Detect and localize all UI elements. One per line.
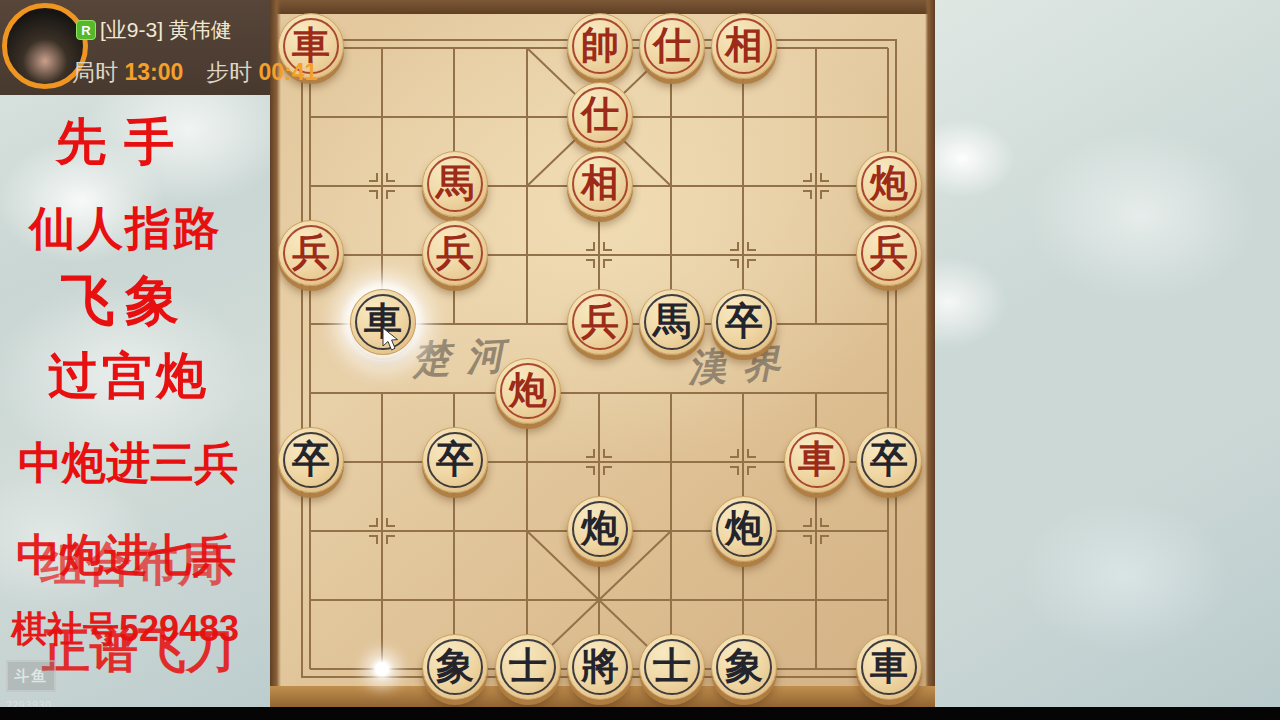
mouse-cursor <box>382 327 402 353</box>
move-time-value: 00:41 <box>258 59 317 85</box>
piece-black-f6r5[interactable]: 馬 <box>639 289 705 355</box>
piece-red-f5r5[interactable]: 兵 <box>567 289 633 355</box>
piece-black-f5r10[interactable]: 將 <box>567 634 633 700</box>
piece-black-f7r5[interactable]: 卒 <box>711 289 777 355</box>
piece-black-f9r10[interactable]: 車 <box>856 634 922 700</box>
piece-black-f6r10[interactable]: 士 <box>639 634 705 700</box>
opening-line-crossfade-overlay: 组合布局 <box>14 540 250 588</box>
piece-red-f3r4[interactable]: 兵 <box>422 220 488 286</box>
piece-black-f7r8[interactable]: 炮 <box>711 496 777 562</box>
xiangqi-board[interactable]: 楚河 漢界 車帥仕相仕馬相炮兵兵兵兵炮車車馬卒卒卒卒炮炮象士將士象車 <box>270 0 935 720</box>
player-name: [业9-3] 黄伟健 <box>100 16 232 44</box>
game-time-label: 局时 <box>72 59 118 85</box>
piece-black-f4r10[interactable]: 士 <box>495 634 561 700</box>
opening-line-feixiang: 飞象 <box>30 272 220 329</box>
opening-line-zhongpao-sanbing: 中炮进三兵 <box>0 440 256 486</box>
piece-red-f1r4[interactable]: 兵 <box>278 220 344 286</box>
piece-black-f5r8[interactable]: 炮 <box>567 496 633 562</box>
piece-layer: 車帥仕相仕馬相炮兵兵兵兵炮車車馬卒卒卒卒炮炮象士將士象車 <box>270 0 935 720</box>
piece-red-f8r7[interactable]: 車 <box>784 427 850 493</box>
piece-red-f9r4[interactable]: 兵 <box>856 220 922 286</box>
piece-red-f5r3[interactable]: 相 <box>567 151 633 217</box>
right-panel: 陕西棋王孙根成 后手 屏风马 左马盘河 反宫马 直播时间 中午有空直播 午12-… <box>935 0 1280 720</box>
rank-badge: R <box>76 20 96 40</box>
move-time-label: 步时 <box>206 59 252 85</box>
douyu-watermark: 斗鱼 2293930 <box>6 660 56 711</box>
letterbox-bar <box>0 707 1280 720</box>
piece-black-f1r7[interactable]: 卒 <box>278 427 344 493</box>
piece-red-f4r6[interactable]: 炮 <box>495 358 561 424</box>
piece-red-f5r1[interactable]: 帥 <box>567 13 633 79</box>
left-panel: 先手 仙人指路 飞象 过宫炮 中炮进三兵 中炮进七兵 组合布局 棋社号52948… <box>0 0 270 720</box>
piece-red-f3r3[interactable]: 馬 <box>422 151 488 217</box>
opening-line-xianrenzhilu: 仙人指路 <box>2 204 248 252</box>
first-move-label: 先手 <box>18 116 230 169</box>
player-info-bar: R [业9-3] 黄伟健 局时 13:00 步时 00:41 <box>0 0 270 95</box>
piece-red-f9r3[interactable]: 炮 <box>856 151 922 217</box>
piece-black-f3r10[interactable]: 象 <box>422 634 488 700</box>
piece-red-f6r1[interactable]: 仕 <box>639 13 705 79</box>
piece-red-f7r1[interactable]: 相 <box>711 13 777 79</box>
stream-frame: 先手 仙人指路 飞象 过宫炮 中炮进三兵 中炮进七兵 组合布局 棋社号52948… <box>0 0 1280 720</box>
piece-black-f3r7[interactable]: 卒 <box>422 427 488 493</box>
piece-red-f5r2[interactable]: 仕 <box>567 82 633 148</box>
opening-line-guogongpao: 过宫炮 <box>24 350 234 403</box>
game-time-value: 13:00 <box>124 59 183 85</box>
clock-row: 局时 13:00 步时 00:41 <box>72 57 317 88</box>
piece-black-f7r10[interactable]: 象 <box>711 634 777 700</box>
piece-black-f9r7[interactable]: 卒 <box>856 427 922 493</box>
douyu-logo: 斗鱼 <box>6 660 56 692</box>
